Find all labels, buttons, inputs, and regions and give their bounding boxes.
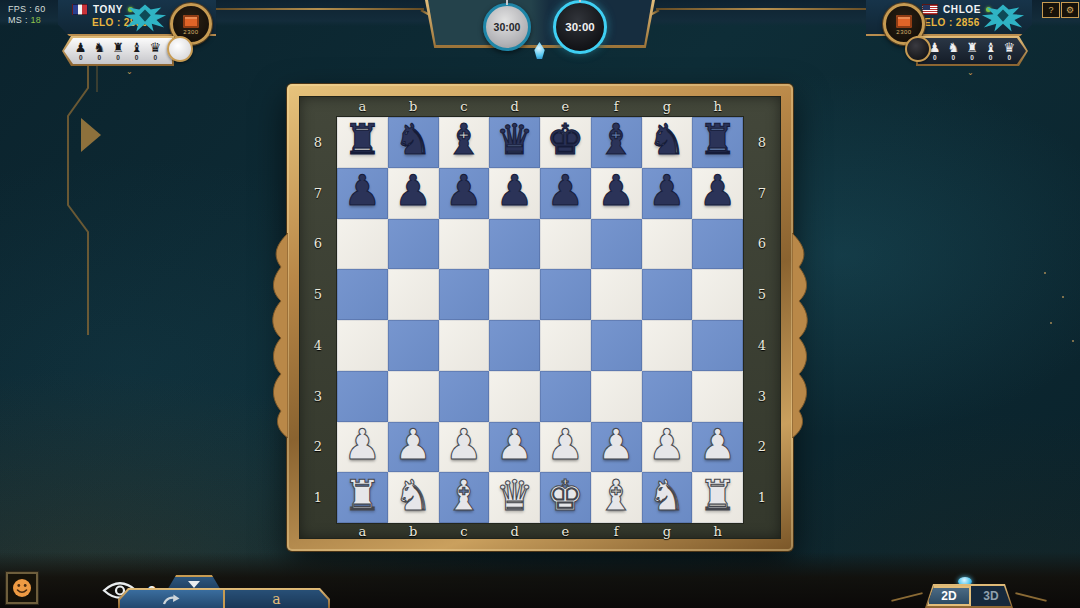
square-e5[interactable] <box>540 269 591 320</box>
clock-pin <box>506 0 508 5</box>
captured-bishop: ♝0 <box>985 41 997 62</box>
star-dot <box>1044 272 1046 274</box>
fps-value: 60 <box>35 4 46 14</box>
top-trim-right <box>656 8 874 10</box>
chevron-down-icon[interactable]: ⌄ <box>126 68 133 76</box>
league-icon-white <box>183 15 199 28</box>
square-h5[interactable] <box>692 269 743 320</box>
coord-rank-3: 3 <box>743 371 781 422</box>
piece-white-knight[interactable]: ♞ <box>648 475 686 517</box>
square-a1[interactable]: ♜ <box>337 472 388 523</box>
fps-label: FPS : <box>8 4 32 14</box>
captured-count: 0 <box>98 55 102 62</box>
captured-rook: ♜0 <box>112 41 124 62</box>
square-g2[interactable]: ♟ <box>642 422 693 473</box>
redo-move-button[interactable] <box>120 590 223 608</box>
square-f6[interactable] <box>591 219 642 270</box>
coord-file-h: h <box>692 97 743 116</box>
square-h6[interactable] <box>692 219 743 270</box>
files-bottom: abcdefgh <box>337 523 743 539</box>
square-h7[interactable]: ♟ <box>692 168 743 219</box>
board-inner-frame: abcdefgh abcdefgh 87654321 87654321 ♜♞♝♛… <box>299 96 781 539</box>
coord-file-b: b <box>388 97 439 116</box>
coord-file-e: e <box>540 523 591 539</box>
square-g7[interactable]: ♟ <box>642 168 693 219</box>
square-c5[interactable] <box>439 269 490 320</box>
coord-rank-7: 7 <box>299 168 337 219</box>
square-d1[interactable]: ♛ <box>489 472 540 523</box>
clock-pin <box>579 0 581 2</box>
clock-black-time: 30:00 <box>565 21 594 33</box>
coord-file-d: d <box>489 523 540 539</box>
piece-black-queen[interactable]: ♛ <box>496 119 534 161</box>
coord-file-d: d <box>489 97 540 116</box>
square-h2[interactable]: ♟ <box>692 422 743 473</box>
clock-white: 30:00 <box>483 3 531 51</box>
square-f7[interactable]: ♟ <box>591 168 642 219</box>
rook-icon: ♜ <box>966 41 978 54</box>
coord-rank-6: 6 <box>743 219 781 270</box>
clock-panel-bg <box>428 0 652 45</box>
captured-tray-white: ♟0♞0♜0♝0♛0 <box>64 38 172 64</box>
coord-file-h: h <box>692 523 743 539</box>
help-label: ? <box>1048 5 1053 15</box>
piece-black-pawn[interactable]: ♟ <box>344 170 382 212</box>
square-e4[interactable] <box>540 320 591 371</box>
view-toggle: 2D 3D <box>925 584 1013 608</box>
knight-icon: ♞ <box>948 41 960 54</box>
chess-board: abcdefgh abcdefgh 87654321 87654321 ♜♞♝♛… <box>287 84 793 551</box>
view-3d-button[interactable]: 3D <box>971 586 1011 606</box>
piece-black-pawn[interactable]: ♟ <box>648 170 686 212</box>
coord-rank-1: 1 <box>299 472 337 523</box>
square-e2[interactable]: ♟ <box>540 422 591 473</box>
piece-white-rook[interactable]: ♜ <box>699 475 737 517</box>
coord-rank-3: 3 <box>299 371 337 422</box>
performance-counter: FPS : 60 MS : 18 <box>8 4 45 26</box>
square-c4[interactable] <box>439 320 490 371</box>
captured-count: 0 <box>154 55 158 62</box>
square-b2[interactable]: ♟ <box>388 422 439 473</box>
coord-rank-4: 4 <box>299 320 337 371</box>
league-icon-black <box>896 15 912 28</box>
square-b8[interactable]: ♞ <box>388 117 439 168</box>
ranks-right: 87654321 <box>743 117 781 523</box>
square-f2[interactable]: ♟ <box>591 422 642 473</box>
queen-icon: ♛ <box>1003 41 1015 54</box>
captured-tray-white-wrap: ♟0♞0♜0♝0♛0 <box>62 36 174 66</box>
captured-count: 0 <box>116 55 120 62</box>
square-d6[interactable] <box>489 219 540 270</box>
piece-black-rook[interactable]: ♜ <box>699 119 737 161</box>
square-f3[interactable] <box>591 371 642 422</box>
square-b3[interactable] <box>388 371 439 422</box>
coord-rank-5: 5 <box>299 269 337 320</box>
coord-rank-1: 1 <box>743 472 781 523</box>
piece-white-pawn[interactable]: ♟ <box>344 424 382 466</box>
square-d5[interactable] <box>489 269 540 320</box>
coord-rank-6: 6 <box>299 219 337 270</box>
piece-black-knight[interactable]: ♞ <box>648 119 686 161</box>
piece-black-rook[interactable]: ♜ <box>344 119 382 161</box>
coord-file-e: e <box>540 97 591 116</box>
captured-tray-black: ♟0♞0♜0♝0♛0 <box>918 38 1026 64</box>
square-g6[interactable] <box>642 219 693 270</box>
captured-pawn: ♟0 <box>75 41 87 62</box>
captured-count: 0 <box>952 55 956 62</box>
piece-black-king[interactable]: ♚ <box>547 119 585 161</box>
captured-count: 0 <box>135 55 139 62</box>
square-d2[interactable]: ♟ <box>489 422 540 473</box>
square-a5[interactable] <box>337 269 388 320</box>
clock-white-time: 30:00 <box>494 21 521 33</box>
piece-black-pawn[interactable]: ♟ <box>597 170 635 212</box>
league-points-black: 2300 <box>896 29 911 35</box>
coord-rank-7: 7 <box>743 168 781 219</box>
captured-tray-black-wrap: ♟0♞0♜0♝0♛0 <box>916 36 1028 66</box>
piece-black-pawn[interactable]: ♟ <box>394 170 432 212</box>
square-c8[interactable]: ♝ <box>439 117 490 168</box>
square-a3[interactable] <box>337 371 388 422</box>
square-e3[interactable] <box>540 371 591 422</box>
square-b6[interactable] <box>388 219 439 270</box>
clock-panel: 30:00 30:00 <box>425 0 655 48</box>
coord-rank-4: 4 <box>743 320 781 371</box>
captured-count: 0 <box>933 55 937 62</box>
ms-value: 18 <box>31 15 42 25</box>
emote-button[interactable] <box>6 572 38 604</box>
piece-white-pawn[interactable]: ♟ <box>445 424 483 466</box>
square-f8[interactable]: ♝ <box>591 117 642 168</box>
league-points-white: 2300 <box>183 29 198 35</box>
white-side-disc <box>167 36 193 62</box>
files-top: abcdefgh <box>337 97 743 116</box>
square-h3[interactable] <box>692 371 743 422</box>
captured-knight: ♞0 <box>94 41 106 62</box>
coord-file-f: f <box>591 97 642 116</box>
piece-white-king[interactable]: ♚ <box>547 475 585 517</box>
black-side-disc <box>905 36 931 62</box>
coord-rank-8: 8 <box>743 117 781 168</box>
square-f1[interactable]: ♝ <box>591 472 642 523</box>
piece-white-queen[interactable]: ♛ <box>496 475 534 517</box>
coord-file-c: c <box>439 523 490 539</box>
captured-count: 0 <box>989 55 993 62</box>
square-a8[interactable]: ♜ <box>337 117 388 168</box>
pawn-icon: ♟ <box>75 41 87 54</box>
move-nav-panel: a <box>118 588 330 608</box>
coord-file-a: a <box>337 523 388 539</box>
square-g4[interactable] <box>642 320 693 371</box>
square-a2[interactable]: ♟ <box>337 422 388 473</box>
square-a6[interactable] <box>337 219 388 270</box>
square-b5[interactable] <box>388 269 439 320</box>
chevron-down-icon[interactable]: ⌄ <box>967 69 974 77</box>
queen-icon: ♛ <box>149 41 161 54</box>
square-b4[interactable] <box>388 320 439 371</box>
square-e7[interactable]: ♟ <box>540 168 591 219</box>
square-d4[interactable] <box>489 320 540 371</box>
piece-white-bishop[interactable]: ♝ <box>445 475 483 517</box>
square-a4[interactable] <box>337 320 388 371</box>
piece-black-pawn[interactable]: ♟ <box>547 170 585 212</box>
captured-count: 0 <box>79 55 83 62</box>
ms-label: MS : <box>8 15 28 25</box>
square-g1[interactable]: ♞ <box>642 472 693 523</box>
rook-icon: ♜ <box>112 41 124 54</box>
square-f5[interactable] <box>591 269 642 320</box>
piece-black-knight[interactable]: ♞ <box>394 119 432 161</box>
square-h1[interactable]: ♜ <box>692 472 743 523</box>
square-b7[interactable]: ♟ <box>388 168 439 219</box>
arrow-redo-icon <box>161 593 183 606</box>
piece-white-knight[interactable]: ♞ <box>394 475 432 517</box>
piece-black-pawn[interactable]: ♟ <box>445 170 483 212</box>
piece-black-pawn[interactable]: ♟ <box>699 170 737 212</box>
captured-count: 0 <box>970 55 974 62</box>
rank-emblem-black <box>980 2 1026 34</box>
coord-rank-2: 2 <box>743 422 781 473</box>
bishop-icon: ♝ <box>131 41 143 54</box>
coord-rank-2: 2 <box>299 422 337 473</box>
square-c1[interactable]: ♝ <box>439 472 490 523</box>
square-a7[interactable]: ♟ <box>337 168 388 219</box>
coord-file-g: g <box>642 523 693 539</box>
square-c7[interactable]: ♟ <box>439 168 490 219</box>
smiley-icon <box>12 578 32 598</box>
square-b1[interactable]: ♞ <box>388 472 439 523</box>
left-wing-ornament <box>270 233 288 438</box>
clock-black: 30:00 <box>553 0 607 54</box>
france-flag-icon <box>72 4 88 15</box>
square-d3[interactable] <box>489 371 540 422</box>
captured-knight: ♞0 <box>948 41 960 62</box>
right-wing-ornament <box>792 233 810 438</box>
view-2d-button[interactable]: 2D <box>927 586 971 606</box>
coord-rank-5: 5 <box>743 269 781 320</box>
piece-white-pawn[interactable]: ♟ <box>547 424 585 466</box>
square-e8[interactable]: ♚ <box>540 117 591 168</box>
piece-white-pawn[interactable]: ♟ <box>496 424 534 466</box>
captured-rook: ♜0 <box>966 41 978 62</box>
game-screen: FPS : 60 MS : 18 TONY ELO : 2856 2300 ♟0… <box>0 0 1080 608</box>
board-grid: ♜♞♝♛♚♝♞♜♟♟♟♟♟♟♟♟♟♟♟♟♟♟♟♟♜♞♝♛♚♝♞♜ <box>337 117 743 523</box>
square-d7[interactable]: ♟ <box>489 168 540 219</box>
star-dot <box>1050 322 1052 324</box>
square-f4[interactable] <box>591 320 642 371</box>
piece-white-pawn[interactable]: ♟ <box>699 424 737 466</box>
square-h4[interactable] <box>692 320 743 371</box>
square-c2[interactable]: ♟ <box>439 422 490 473</box>
top-trim-left <box>212 8 424 10</box>
star-dot <box>1072 340 1074 342</box>
coord-file-a: a <box>337 97 388 116</box>
square-e1[interactable]: ♚ <box>540 472 591 523</box>
help-button[interactable]: ? <box>1042 2 1060 18</box>
captured-bishop: ♝0 <box>131 41 143 62</box>
player-name-white: TONY <box>93 4 123 15</box>
bishop-icon: ♝ <box>985 41 997 54</box>
piece-white-pawn[interactable]: ♟ <box>597 424 635 466</box>
coord-file-g: g <box>642 97 693 116</box>
player-name-black: CHLOE <box>943 4 981 15</box>
square-h8[interactable]: ♜ <box>692 117 743 168</box>
settings-button[interactable]: ⚙ <box>1061 2 1079 18</box>
triangle-down-icon <box>188 581 200 588</box>
square-g5[interactable] <box>642 269 693 320</box>
gear-icon: ⚙ <box>1066 5 1074 15</box>
coord-file-b: b <box>388 523 439 539</box>
coord-rank-8: 8 <box>299 117 337 168</box>
square-c3[interactable] <box>439 371 490 422</box>
piece-white-pawn[interactable]: ♟ <box>394 424 432 466</box>
ranks-left: 87654321 <box>299 117 337 523</box>
square-d8[interactable]: ♛ <box>489 117 540 168</box>
piece-black-bishop[interactable]: ♝ <box>445 119 483 161</box>
square-g3[interactable] <box>642 371 693 422</box>
square-c6[interactable] <box>439 219 490 270</box>
coord-file-c: c <box>439 97 490 116</box>
square-e6[interactable] <box>540 219 591 270</box>
captured-queen: ♛0 <box>1003 41 1015 62</box>
move-notation-label: a <box>272 591 280 607</box>
captured-count: 0 <box>1008 55 1012 62</box>
knight-icon: ♞ <box>94 41 106 54</box>
square-g8[interactable]: ♞ <box>642 117 693 168</box>
move-notation-button[interactable]: a <box>223 590 328 608</box>
piece-black-bishop[interactable]: ♝ <box>597 119 635 161</box>
piece-black-pawn[interactable]: ♟ <box>496 170 534 212</box>
rank-emblem-white <box>122 2 168 34</box>
coord-file-f: f <box>591 523 642 539</box>
piece-white-rook[interactable]: ♜ <box>344 475 382 517</box>
captured-queen: ♛0 <box>149 41 161 62</box>
usa-flag-icon <box>922 4 938 15</box>
star-dot <box>1062 296 1064 298</box>
piece-white-bishop[interactable]: ♝ <box>597 475 635 517</box>
piece-white-pawn[interactable]: ♟ <box>648 424 686 466</box>
